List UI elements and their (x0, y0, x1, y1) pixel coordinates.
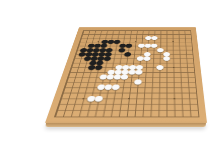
white-stone: ● (106, 73, 116, 80)
black-stone: ● (118, 43, 126, 48)
black-stone: ● (84, 51, 93, 57)
white-stone: ● (163, 51, 171, 57)
star-point (135, 41, 137, 42)
white-stone: ● (143, 51, 151, 57)
white-stone: ● (150, 43, 158, 48)
white-stone: ● (121, 64, 130, 70)
black-stone: ● (125, 43, 133, 48)
white-stone: ● (135, 64, 144, 70)
black-stone: ● (79, 47, 88, 53)
go-board-grid[interactable]: ●●●●●●●●●●●●●●●●●●●●●●●●●●●●●●●●●●●●●●●●… (54, 30, 200, 117)
white-stone: ● (128, 69, 137, 76)
black-stone: ● (103, 55, 112, 61)
star-point (132, 67, 134, 68)
black-stone: ● (107, 39, 115, 44)
star-point (91, 67, 93, 68)
star-point (173, 98, 175, 99)
white-stone: ● (99, 73, 109, 80)
white-stone: ● (86, 94, 97, 102)
white-stone: ● (163, 55, 171, 61)
star-point (173, 67, 175, 68)
black-stone: ● (95, 60, 104, 66)
white-stone: ● (114, 69, 123, 76)
white-stone: ● (96, 83, 106, 90)
white-stone: ● (113, 73, 122, 80)
black-stone: ● (96, 55, 105, 61)
star-point (128, 98, 130, 99)
black-stone: ● (85, 47, 94, 53)
white-stone: ● (136, 55, 144, 61)
black-stone: ● (78, 51, 87, 57)
white-stone: ● (151, 35, 158, 40)
board-perspective-wrapper: ●●●●●●●●●●●●●●●●●●●●●●●●●●●●●●●●●●●●●●●●… (45, 27, 218, 123)
black-stone: ● (98, 47, 107, 53)
white-stone: ● (121, 69, 130, 76)
black-stone: ● (88, 60, 98, 66)
black-stone: ● (93, 43, 102, 48)
white-stone: ● (111, 83, 121, 90)
star-point (98, 41, 100, 42)
black-stone: ● (100, 39, 109, 44)
black-stone: ● (118, 47, 126, 53)
black-stone: ● (104, 51, 113, 57)
black-stone: ● (113, 39, 121, 44)
white-stone: ● (156, 64, 164, 70)
black-stone: ● (91, 51, 100, 57)
white-stone: ● (143, 55, 151, 61)
white-stone: ● (137, 43, 145, 48)
white-stone: ● (156, 47, 164, 53)
star-point (83, 98, 85, 99)
black-stone: ● (123, 51, 131, 57)
black-stone: ● (83, 55, 92, 61)
white-stone: ● (144, 43, 152, 48)
black-stone: ● (105, 47, 114, 53)
black-stone: ● (92, 47, 101, 53)
white-stone: ● (135, 69, 144, 76)
white-stone: ● (120, 73, 129, 80)
black-stone: ● (87, 43, 96, 48)
go-board[interactable]: ●●●●●●●●●●●●●●●●●●●●●●●●●●●●●●●●●●●●●●●●… (45, 27, 207, 123)
black-stone: ● (97, 51, 106, 57)
white-stone: ● (133, 78, 142, 85)
star-point (172, 41, 174, 42)
white-stone: ● (94, 94, 105, 102)
board-front-edge (46, 123, 206, 127)
white-stone: ● (145, 35, 153, 40)
white-stone: ● (114, 64, 123, 70)
white-stone: ● (107, 69, 116, 76)
white-stone: ● (103, 83, 113, 90)
go-board-photo: ●●●●●●●●●●●●●●●●●●●●●●●●●●●●●●●●●●●●●●●●… (0, 0, 224, 156)
black-stone: ● (90, 55, 99, 61)
black-stone: ● (94, 64, 104, 70)
black-stone: ● (99, 43, 108, 48)
